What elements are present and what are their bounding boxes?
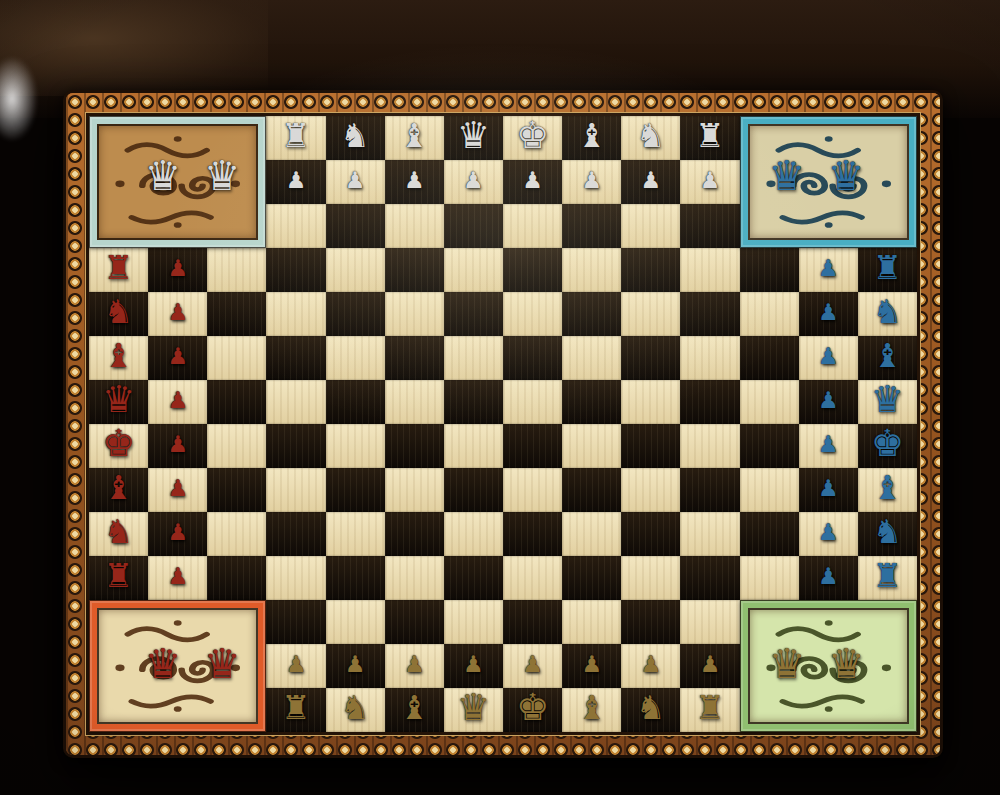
piece-blue-knight[interactable]: ♞ (873, 515, 903, 548)
piece-gold-pawn[interactable]: ♟ (286, 653, 307, 676)
piece-silver-pawn[interactable]: ♟ (286, 169, 307, 192)
spare-piece-red-queen[interactable]: ♛ (204, 644, 241, 685)
piece-red-pawn[interactable]: ♟ (167, 345, 188, 368)
piece-gold-pawn[interactable]: ♟ (522, 653, 543, 676)
piece-blue-pawn[interactable]: ♟ (818, 521, 839, 544)
piece-red-king[interactable]: ♚ (102, 425, 135, 462)
piece-blue-bishop[interactable]: ♝ (873, 339, 903, 372)
piece-gold-bishop[interactable]: ♝ (399, 691, 429, 724)
piece-gold-pawn[interactable]: ♟ (345, 653, 366, 676)
spare-piece-silver-queen[interactable]: ♛ (204, 156, 241, 197)
piece-silver-queen[interactable]: ♛ (457, 117, 490, 154)
piece-silver-knight[interactable]: ♞ (340, 119, 370, 152)
piece-silver-bishop[interactable]: ♝ (577, 119, 607, 152)
piece-silver-pawn[interactable]: ♟ (345, 169, 366, 192)
chessboard: ♜♞♝♛♚♝♞♜♟♟♟♟♟♟♟♟♜♟♟♜♞♟♟♞♝♟♟♝♛♟♟♛♚♟♟♚♝♟♟♝… (63, 90, 943, 758)
piece-gold-pawn[interactable]: ♟ (700, 653, 721, 676)
spare-piece-silver-queen[interactable]: ♛ (145, 156, 182, 197)
piece-silver-pawn[interactable]: ♟ (581, 169, 602, 192)
piece-gold-queen[interactable]: ♛ (457, 689, 490, 726)
piece-silver-pawn[interactable]: ♟ (463, 169, 484, 192)
piece-blue-pawn[interactable]: ♟ (818, 433, 839, 456)
piece-blue-queen[interactable]: ♛ (871, 381, 904, 418)
piece-gold-pawn[interactable]: ♟ (581, 653, 602, 676)
ornate-border-frieze: ♜♞♝♛♚♝♞♜♟♟♟♟♟♟♟♟♜♟♟♜♞♟♟♞♝♟♟♝♛♟♟♛♚♟♟♚♝♟♟♝… (66, 93, 940, 755)
board-playfield: ♜♞♝♛♚♝♞♜♟♟♟♟♟♟♟♟♜♟♟♜♞♟♟♞♝♟♟♝♛♟♟♛♚♟♟♚♝♟♟♝… (86, 113, 920, 735)
piece-red-pawn[interactable]: ♟ (167, 521, 188, 544)
piece-silver-pawn[interactable]: ♟ (641, 169, 662, 192)
piece-gold-bishop[interactable]: ♝ (577, 691, 607, 724)
piece-blue-pawn[interactable]: ♟ (818, 301, 839, 324)
piece-gold-king[interactable]: ♚ (516, 689, 549, 726)
piece-silver-knight[interactable]: ♞ (636, 119, 666, 152)
piece-gold-pawn[interactable]: ♟ (404, 653, 425, 676)
piece-blue-pawn[interactable]: ♟ (818, 477, 839, 500)
photo-backdrop: ♜♞♝♛♚♝♞♜♟♟♟♟♟♟♟♟♜♟♟♜♞♟♟♞♝♟♟♝♛♟♟♛♚♟♟♚♝♟♟♝… (0, 0, 1000, 795)
piece-silver-bishop[interactable]: ♝ (399, 119, 429, 152)
piece-gold-rook[interactable]: ♜ (695, 691, 725, 724)
piece-red-queen[interactable]: ♛ (102, 381, 135, 418)
piece-silver-rook[interactable]: ♜ (695, 119, 725, 152)
piece-red-rook[interactable]: ♜ (104, 559, 134, 592)
piece-blue-pawn[interactable]: ♟ (818, 565, 839, 588)
piece-red-bishop[interactable]: ♝ (104, 471, 134, 504)
piece-red-knight[interactable]: ♞ (104, 295, 134, 328)
piece-red-pawn[interactable]: ♟ (167, 433, 188, 456)
wall-lighter-patch-top-left (0, 0, 268, 96)
piece-silver-rook[interactable]: ♜ (281, 119, 311, 152)
piece-silver-pawn[interactable]: ♟ (700, 169, 721, 192)
piece-gold-pawn[interactable]: ♟ (641, 653, 662, 676)
piece-blue-bishop[interactable]: ♝ (873, 471, 903, 504)
spare-piece-red-queen[interactable]: ♛ (145, 644, 182, 685)
piece-gold-knight[interactable]: ♞ (636, 691, 666, 724)
spare-piece-blue-queen[interactable]: ♛ (828, 156, 865, 197)
piece-gold-knight[interactable]: ♞ (340, 691, 370, 724)
piece-blue-rook[interactable]: ♜ (873, 559, 903, 592)
piece-silver-king[interactable]: ♚ (516, 117, 549, 154)
piece-red-pawn[interactable]: ♟ (167, 389, 188, 412)
piece-blue-pawn[interactable]: ♟ (818, 257, 839, 280)
piece-blue-knight[interactable]: ♞ (873, 295, 903, 328)
piece-silver-pawn[interactable]: ♟ (522, 169, 543, 192)
piece-blue-pawn[interactable]: ♟ (818, 345, 839, 368)
piece-red-knight[interactable]: ♞ (104, 515, 134, 548)
piece-blue-pawn[interactable]: ♟ (818, 389, 839, 412)
piece-red-pawn[interactable]: ♟ (167, 301, 188, 324)
piece-red-pawn[interactable]: ♟ (167, 477, 188, 500)
piece-silver-pawn[interactable]: ♟ (404, 169, 425, 192)
pieces-layer: ♜♞♝♛♚♝♞♜♟♟♟♟♟♟♟♟♜♟♟♜♞♟♟♞♝♟♟♝♛♟♟♛♚♟♟♚♝♟♟♝… (89, 116, 917, 732)
piece-blue-king[interactable]: ♚ (871, 425, 904, 462)
piece-blue-rook[interactable]: ♜ (873, 251, 903, 284)
spare-piece-gold-queen[interactable]: ♛ (828, 644, 865, 685)
piece-red-pawn[interactable]: ♟ (167, 257, 188, 280)
piece-red-rook[interactable]: ♜ (104, 251, 134, 284)
piece-gold-rook[interactable]: ♜ (281, 691, 311, 724)
spare-piece-blue-queen[interactable]: ♛ (768, 156, 805, 197)
piece-gold-pawn[interactable]: ♟ (463, 653, 484, 676)
piece-red-bishop[interactable]: ♝ (104, 339, 134, 372)
piece-red-pawn[interactable]: ♟ (167, 565, 188, 588)
spare-piece-gold-queen[interactable]: ♛ (768, 644, 805, 685)
